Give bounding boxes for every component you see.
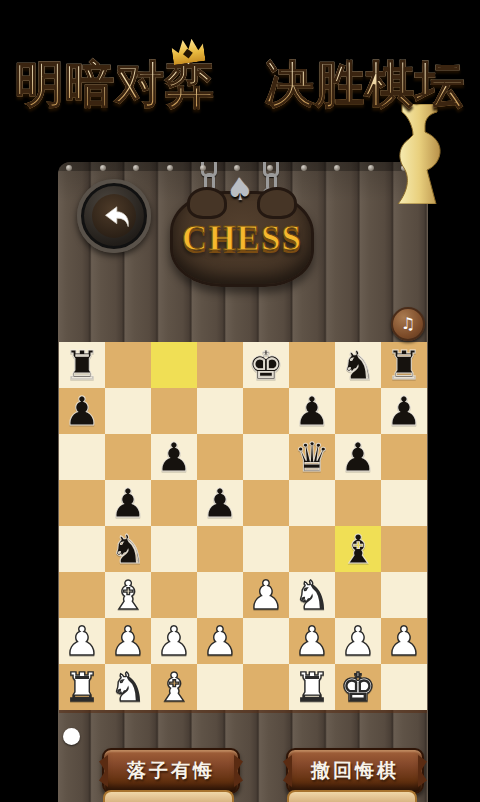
square-a1[interactable]: ♜ — [59, 664, 105, 710]
square-c3[interactable] — [151, 572, 197, 618]
square-c4[interactable] — [151, 526, 197, 572]
square-f4[interactable] — [289, 526, 335, 572]
nail-icon — [267, 165, 273, 171]
square-d7[interactable] — [197, 388, 243, 434]
music-note-icon: ♫ — [401, 316, 415, 332]
nail-icon — [368, 165, 374, 171]
square-e1[interactable] — [243, 664, 289, 710]
square-b8[interactable] — [105, 342, 151, 388]
square-f5[interactable] — [289, 480, 335, 526]
piece-white-pawn: ♟ — [386, 618, 422, 664]
back-arrow-icon — [97, 199, 131, 233]
square-d3[interactable] — [197, 572, 243, 618]
square-h6[interactable] — [381, 434, 427, 480]
back-button-inner — [92, 194, 136, 238]
piece-white-pawn: ♟ — [202, 618, 238, 664]
square-g3[interactable] — [335, 572, 381, 618]
undo-allow-button[interactable]: 落子有悔 — [102, 748, 240, 794]
app-screen: 明暗对弈 决胜棋坛 CHESS — [0, 0, 480, 802]
square-f6[interactable]: ♛ — [289, 434, 335, 480]
piece-white-pawn: ♟ — [110, 618, 146, 664]
piece-black-bishop: ♝ — [340, 526, 376, 572]
square-f7[interactable]: ♟ — [289, 388, 335, 434]
piece-white-pawn: ♟ — [64, 618, 100, 664]
square-a8[interactable]: ♜ — [59, 342, 105, 388]
square-e8[interactable]: ♚ — [243, 342, 289, 388]
piece-white-knight: ♞ — [110, 664, 146, 710]
square-e2[interactable] — [243, 618, 289, 664]
square-c5[interactable] — [151, 480, 197, 526]
square-h5[interactable] — [381, 480, 427, 526]
spade-ornament-icon: ♠ — [225, 173, 254, 205]
back-button[interactable] — [77, 179, 151, 253]
nail-icon — [301, 165, 307, 171]
piece-white-pawn: ♟ — [248, 572, 284, 618]
square-f8[interactable] — [289, 342, 335, 388]
piece-white-rook: ♜ — [294, 664, 330, 710]
square-c8[interactable] — [151, 342, 197, 388]
piece-black-pawn: ♟ — [340, 434, 376, 480]
piece-black-pawn: ♟ — [64, 388, 100, 434]
undo-allow-label: 落子有悔 — [127, 758, 215, 784]
piece-black-queen: ♛ — [294, 434, 330, 480]
piece-black-rook: ♜ — [386, 342, 422, 388]
piece-black-knight: ♞ — [340, 342, 376, 388]
square-a5[interactable] — [59, 480, 105, 526]
square-e7[interactable] — [243, 388, 289, 434]
piece-white-bishop: ♝ — [156, 664, 192, 710]
nail-icon — [334, 165, 340, 171]
square-c1[interactable]: ♝ — [151, 664, 197, 710]
nail-icon — [200, 165, 206, 171]
square-g7[interactable] — [335, 388, 381, 434]
square-g4[interactable]: ♝ — [335, 526, 381, 572]
square-h4[interactable] — [381, 526, 427, 572]
square-b7[interactable] — [105, 388, 151, 434]
square-b1[interactable]: ♞ — [105, 664, 151, 710]
square-h7[interactable]: ♟ — [381, 388, 427, 434]
square-d1[interactable] — [197, 664, 243, 710]
piece-black-rook: ♜ — [64, 342, 100, 388]
hidden-button-left-peek[interactable] — [103, 790, 234, 802]
square-h3[interactable] — [381, 572, 427, 618]
square-e5[interactable] — [243, 480, 289, 526]
square-b5[interactable]: ♟ — [105, 480, 151, 526]
square-g8[interactable]: ♞ — [335, 342, 381, 388]
undo-move-label: 撤回悔棋 — [311, 758, 399, 784]
square-g2[interactable]: ♟ — [335, 618, 381, 664]
music-button[interactable]: ♫ — [391, 307, 425, 341]
square-h8[interactable]: ♜ — [381, 342, 427, 388]
piece-black-king: ♚ — [248, 342, 284, 388]
gold-chess-piece-decoration — [391, 104, 448, 204]
square-d2[interactable]: ♟ — [197, 618, 243, 664]
square-c7[interactable] — [151, 388, 197, 434]
piece-black-knight: ♞ — [110, 526, 146, 572]
crown-icon — [170, 36, 205, 65]
square-a7[interactable]: ♟ — [59, 388, 105, 434]
square-e4[interactable] — [243, 526, 289, 572]
square-d8[interactable] — [197, 342, 243, 388]
square-h2[interactable]: ♟ — [381, 618, 427, 664]
nail-icon — [167, 165, 173, 171]
square-b6[interactable] — [105, 434, 151, 480]
square-d4[interactable] — [197, 526, 243, 572]
square-g1[interactable]: ♚ — [335, 664, 381, 710]
square-a3[interactable] — [59, 572, 105, 618]
square-b3[interactable]: ♝ — [105, 572, 151, 618]
nail-icon — [100, 165, 106, 171]
piece-black-pawn: ♟ — [110, 480, 146, 526]
banner-title-text: 明暗对弈 决胜棋坛 — [15, 57, 465, 111]
piece-white-rook: ♜ — [64, 664, 100, 710]
wood-panel: CHESS ♠ ♫ ♜♚♞♜♟♟♟♟♛♟♟♟♞♝♝♟♞♟♟♟♟♟♟♟♜♞♝♜♚ … — [58, 162, 428, 802]
title-banner: 明暗对弈 决胜棋坛 — [0, 54, 480, 114]
square-g5[interactable] — [335, 480, 381, 526]
hidden-button-right-peek[interactable] — [287, 790, 417, 802]
square-c2[interactable]: ♟ — [151, 618, 197, 664]
square-b2[interactable]: ♟ — [105, 618, 151, 664]
piece-white-bishop: ♝ — [110, 572, 146, 618]
square-d5[interactable]: ♟ — [197, 480, 243, 526]
square-b4[interactable]: ♞ — [105, 526, 151, 572]
nail-icon — [66, 165, 72, 171]
square-f3[interactable]: ♞ — [289, 572, 335, 618]
undo-move-button[interactable]: 撤回悔棋 — [286, 748, 424, 794]
piece-black-pawn: ♟ — [386, 388, 422, 434]
piece-black-pawn: ♟ — [202, 480, 238, 526]
square-e3[interactable]: ♟ — [243, 572, 289, 618]
piece-white-pawn: ♟ — [156, 618, 192, 664]
piece-white-knight: ♞ — [294, 572, 330, 618]
turn-indicator-dot — [63, 728, 80, 745]
piece-black-pawn: ♟ — [294, 388, 330, 434]
sign-label: CHESS — [182, 219, 302, 259]
square-a4[interactable] — [59, 526, 105, 572]
piece-white-pawn: ♟ — [294, 618, 330, 664]
square-a6[interactable] — [59, 434, 105, 480]
square-e6[interactable] — [243, 434, 289, 480]
nail-icon — [133, 165, 139, 171]
square-a2[interactable]: ♟ — [59, 618, 105, 664]
chess-board: ♜♚♞♜♟♟♟♟♛♟♟♟♞♝♝♟♞♟♟♟♟♟♟♟♜♞♝♜♚ — [59, 342, 427, 710]
square-f2[interactable]: ♟ — [289, 618, 335, 664]
piece-white-pawn: ♟ — [340, 618, 376, 664]
piece-white-king: ♚ — [340, 664, 376, 710]
piece-black-pawn: ♟ — [156, 434, 192, 480]
square-h1[interactable] — [381, 664, 427, 710]
square-f1[interactable]: ♜ — [289, 664, 335, 710]
square-c6[interactable]: ♟ — [151, 434, 197, 480]
square-g6[interactable]: ♟ — [335, 434, 381, 480]
square-d6[interactable] — [197, 434, 243, 480]
